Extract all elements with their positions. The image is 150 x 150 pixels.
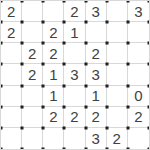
clue-number: 2 — [91, 109, 99, 124]
cell-r2c1[interactable]: 2 — [1, 22, 22, 43]
cell-r3c1[interactable] — [1, 43, 22, 64]
clue-number: 0 — [134, 88, 142, 103]
cell-r6c3[interactable]: 2 — [43, 107, 64, 128]
clue-number: 2 — [134, 109, 142, 124]
clue-number: 1 — [49, 88, 57, 103]
clue-number: 2 — [49, 109, 57, 124]
clue-number: 2 — [113, 131, 121, 146]
cell-r3c7[interactable] — [128, 43, 149, 64]
cell-r7c1[interactable] — [1, 128, 22, 149]
slitherlink-board: 22332212222133110222232 — [0, 0, 150, 150]
clue-number: 3 — [134, 4, 142, 19]
cell-r1c7[interactable]: 3 — [128, 1, 149, 22]
clue-number: 3 — [70, 67, 78, 82]
cell-r5c7[interactable]: 0 — [128, 86, 149, 107]
cell-r1c1[interactable]: 2 — [1, 1, 22, 22]
cell-r4c6[interactable] — [107, 64, 128, 85]
clue-number: 2 — [49, 25, 57, 40]
cell-r6c5[interactable]: 2 — [86, 107, 107, 128]
cell-r4c3[interactable]: 1 — [43, 64, 64, 85]
cell-r5c5[interactable]: 1 — [86, 86, 107, 107]
clue-number: 3 — [91, 67, 99, 82]
cell-r1c3[interactable] — [43, 1, 64, 22]
cell-r3c6[interactable] — [107, 43, 128, 64]
cell-r1c2[interactable] — [22, 1, 43, 22]
cell-r2c7[interactable] — [128, 22, 149, 43]
cell-r5c6[interactable] — [107, 86, 128, 107]
cell-r7c5[interactable]: 3 — [86, 128, 107, 149]
clue-number: 3 — [91, 131, 99, 146]
clue-number: 1 — [70, 25, 78, 40]
cell-r1c4[interactable]: 2 — [64, 1, 85, 22]
cell-r4c5[interactable]: 3 — [86, 64, 107, 85]
cell-r3c4[interactable] — [64, 43, 85, 64]
cell-r6c6[interactable] — [107, 107, 128, 128]
clue-number: 2 — [70, 109, 78, 124]
cell-r7c6[interactable]: 2 — [107, 128, 128, 149]
cell-r2c2[interactable] — [22, 22, 43, 43]
cell-r7c3[interactable] — [43, 128, 64, 149]
cell-r5c4[interactable] — [64, 86, 85, 107]
cell-r5c3[interactable]: 1 — [43, 86, 64, 107]
clue-number: 1 — [91, 88, 99, 103]
clue-number: 2 — [28, 46, 36, 61]
cell-r5c1[interactable] — [1, 86, 22, 107]
cell-r2c3[interactable]: 2 — [43, 22, 64, 43]
cell-r7c7[interactable] — [128, 128, 149, 149]
clue-number: 2 — [7, 4, 15, 19]
cell-r3c2[interactable]: 2 — [22, 43, 43, 64]
cell-r4c7[interactable] — [128, 64, 149, 85]
clue-number: 2 — [70, 4, 78, 19]
cell-r5c2[interactable] — [22, 86, 43, 107]
clue-number: 2 — [91, 46, 99, 61]
cell-r3c3[interactable]: 2 — [43, 43, 64, 64]
cell-r2c5[interactable] — [86, 22, 107, 43]
cell-r4c1[interactable] — [1, 64, 22, 85]
cell-r6c1[interactable] — [1, 107, 22, 128]
cell-r2c4[interactable]: 1 — [64, 22, 85, 43]
cell-r3c5[interactable]: 2 — [86, 43, 107, 64]
cell-r6c4[interactable]: 2 — [64, 107, 85, 128]
clue-number: 3 — [91, 4, 99, 19]
clue-number: 2 — [7, 25, 15, 40]
cell-r4c4[interactable]: 3 — [64, 64, 85, 85]
cell-r6c2[interactable] — [22, 107, 43, 128]
clue-number: 1 — [49, 67, 57, 82]
cell-r7c4[interactable] — [64, 128, 85, 149]
clue-number: 2 — [49, 46, 57, 61]
cell-r4c2[interactable]: 2 — [22, 64, 43, 85]
cell-r6c7[interactable]: 2 — [128, 107, 149, 128]
cell-r1c5[interactable]: 3 — [86, 1, 107, 22]
cell-r1c6[interactable] — [107, 1, 128, 22]
cell-r2c6[interactable] — [107, 22, 128, 43]
clue-number: 2 — [28, 67, 36, 82]
cell-r7c2[interactable] — [22, 128, 43, 149]
